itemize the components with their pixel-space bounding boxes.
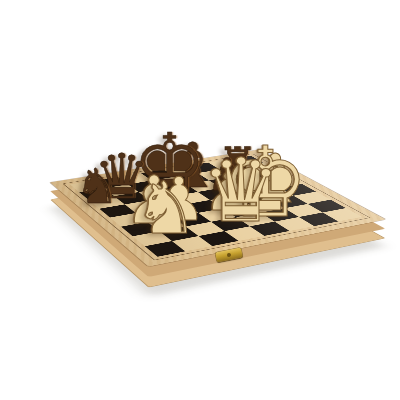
black-knight-a7: ♞ — [75, 162, 118, 210]
white-queen-e3: ♛ — [202, 146, 281, 234]
white-knight-b3: ♞ — [134, 172, 199, 244]
product-photo-scene: ♞♛♚♝♟♜♟♞♟♟♛♚♝ — [0, 0, 400, 400]
clasp-keyhole — [227, 253, 232, 258]
